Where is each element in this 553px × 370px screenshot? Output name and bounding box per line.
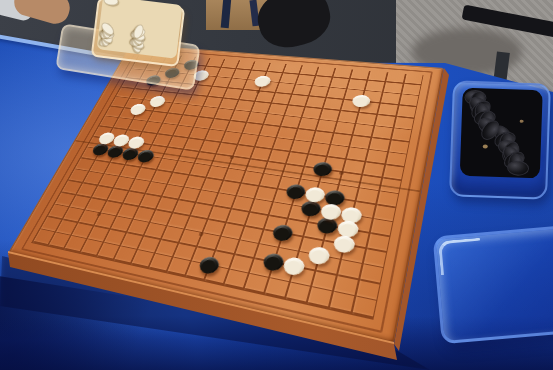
- black-stone-tub: [449, 80, 551, 199]
- lid-shine-icon: [438, 238, 483, 276]
- player-hand: [11, 0, 73, 27]
- black-stone-tub-opening: [460, 88, 543, 179]
- white-stone-heap: [97, 0, 183, 59]
- white-stone-box: [91, 0, 186, 67]
- tray-white-stone: [103, 0, 119, 6]
- stone-glyph: ●: [320, 203, 340, 221]
- tub-bottom-gap: [520, 120, 524, 123]
- go-game-photo: ●●●●●●●●●●●●●●●●●●●●●●●●●●●●●●: [0, 0, 553, 370]
- tub-bottom-gap: [483, 144, 488, 148]
- black-jacket: [252, 0, 335, 54]
- spare-blue-lid: [433, 224, 553, 345]
- tub-black-stone: [507, 160, 530, 176]
